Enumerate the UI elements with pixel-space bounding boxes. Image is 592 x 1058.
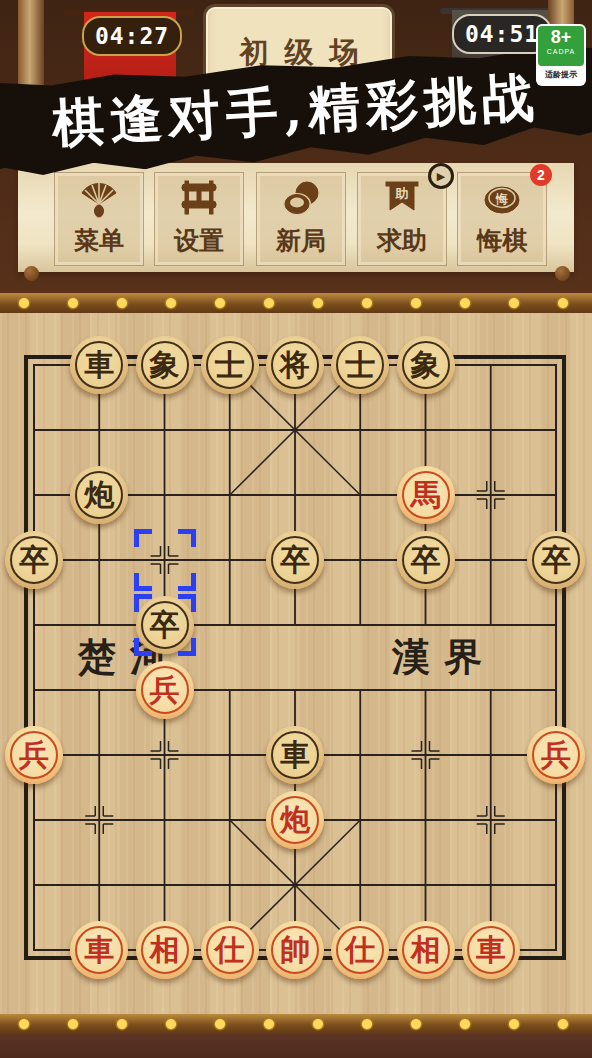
fan-icon: [77, 177, 121, 221]
menu-button[interactable]: 菜单: [54, 172, 144, 266]
age-rating-org: CADPA: [538, 48, 584, 56]
undo-piece-icon: 悔: [480, 177, 524, 221]
piece-black-将[interactable]: 将: [266, 336, 324, 394]
piece-glyph: 兵: [19, 740, 49, 770]
xiangqi-app-screen: 初级场 04:27 04:51 棋逢对手,精彩挑战 8+ CADPA 适龄提示 …: [0, 0, 592, 1058]
top-stud-rail: [0, 293, 592, 313]
piece-red-車[interactable]: 車: [70, 921, 128, 979]
piece-red-相[interactable]: 相: [397, 921, 455, 979]
piece-glyph: 士: [345, 350, 375, 380]
piece-ring: 仕: [336, 926, 384, 974]
new-game-button[interactable]: 新局: [256, 172, 346, 266]
left-timer: 04:27: [82, 16, 182, 56]
piece-glyph: 炮: [280, 805, 310, 835]
piece-ring: 兵: [532, 731, 580, 779]
piece-glyph: 車: [476, 935, 506, 965]
piece-ring: 卒: [10, 536, 58, 584]
piece-glyph: 仕: [345, 935, 375, 965]
age-rating-note: 适龄提示: [538, 69, 584, 80]
piece-red-炮[interactable]: 炮: [266, 791, 324, 849]
piece-ring: 車: [75, 926, 123, 974]
piece-red-馬[interactable]: 馬: [397, 466, 455, 524]
piece-ring: 帥: [271, 926, 319, 974]
piece-glyph: 馬: [411, 480, 441, 510]
menu-button-label: 菜单: [55, 224, 143, 257]
settings-button[interactable]: 设置: [154, 172, 244, 266]
piece-black-卒[interactable]: 卒: [136, 596, 194, 654]
piece-ring: 炮: [271, 796, 319, 844]
piece-black-卒[interactable]: 卒: [527, 531, 585, 589]
piece-red-兵[interactable]: 兵: [527, 726, 585, 784]
piece-black-象[interactable]: 象: [136, 336, 194, 394]
piece-ring: 相: [402, 926, 450, 974]
piece-black-車[interactable]: 車: [266, 726, 324, 784]
piece-ring: 仕: [206, 926, 254, 974]
piece-ring: 相: [141, 926, 189, 974]
piece-glyph: 卒: [150, 610, 180, 640]
settings-icon: [177, 177, 221, 221]
piece-ring: 兵: [10, 731, 58, 779]
xiangqi-board[interactable]: 楚河 漢界 車象士将士象炮馬卒卒卒卒卒兵兵車兵炮車相仕帥仕相車: [0, 313, 592, 1014]
piece-red-相[interactable]: 相: [136, 921, 194, 979]
piece-ring: 象: [141, 341, 189, 389]
piece-ring: 車: [75, 341, 123, 389]
piece-ring: 士: [206, 341, 254, 389]
piece-glyph: 相: [150, 935, 180, 965]
piece-black-卒[interactable]: 卒: [5, 531, 63, 589]
piece-black-象[interactable]: 象: [397, 336, 455, 394]
undo-count-badge: 2: [530, 164, 552, 186]
piece-glyph: 兵: [541, 740, 571, 770]
piece-ring: 炮: [75, 471, 123, 519]
piece-ring: 兵: [141, 666, 189, 714]
piece-red-兵[interactable]: 兵: [5, 726, 63, 784]
right-timer-value: 04:51: [465, 21, 539, 47]
piece-black-士[interactable]: 士: [201, 336, 259, 394]
piece-glyph: 卒: [280, 545, 310, 575]
help-button[interactable]: 助 ▶ 求助: [357, 172, 447, 266]
new-game-button-label: 新局: [257, 224, 345, 257]
scroll-left-knob: [24, 266, 39, 281]
piece-glyph: 帥: [280, 935, 310, 965]
scroll-right-knob: [555, 266, 570, 281]
piece-ring: 車: [467, 926, 515, 974]
piece-ring: 馬: [402, 471, 450, 519]
new-game-icon: [279, 177, 323, 221]
piece-glyph: 兵: [150, 675, 180, 705]
piece-black-士[interactable]: 士: [331, 336, 389, 394]
piece-glyph: 将: [280, 350, 310, 380]
piece-ring: 卒: [532, 536, 580, 584]
age-rating-badge: 8+ CADPA 适龄提示: [536, 24, 586, 86]
piece-glyph: 車: [84, 350, 114, 380]
piece-red-仕[interactable]: 仕: [331, 921, 389, 979]
bottom-stud-rail: [0, 1014, 592, 1034]
age-rating-green-panel: 8+ CADPA: [538, 26, 584, 66]
piece-black-卒[interactable]: 卒: [397, 531, 455, 589]
piece-red-兵[interactable]: 兵: [136, 661, 194, 719]
piece-red-仕[interactable]: 仕: [201, 921, 259, 979]
piece-glyph: 仕: [215, 935, 245, 965]
piece-ring: 卒: [271, 536, 319, 584]
piece-glyph: 卒: [411, 545, 441, 575]
age-rating-value: 8+: [538, 26, 584, 48]
help-button-label: 求助: [358, 224, 446, 257]
piece-glyph: 炮: [84, 480, 114, 510]
undo-icon-char: 悔: [495, 192, 508, 206]
settings-button-label: 设置: [155, 224, 243, 257]
piece-glyph: 相: [411, 935, 441, 965]
piece-glyph: 車: [84, 935, 114, 965]
piece-glyph: 象: [150, 350, 180, 380]
piece-red-帥[interactable]: 帥: [266, 921, 324, 979]
left-timer-value: 04:27: [95, 23, 169, 49]
piece-ring: 卒: [402, 536, 450, 584]
piece-glyph: 卒: [541, 545, 571, 575]
piece-glyph: 卒: [19, 545, 49, 575]
piece-black-炮[interactable]: 炮: [70, 466, 128, 524]
piece-ring: 将: [271, 341, 319, 389]
river-label-right: 漢界: [374, 635, 514, 679]
piece-ring: 象: [402, 341, 450, 389]
piece-black-卒[interactable]: 卒: [266, 531, 324, 589]
piece-ring: 士: [336, 341, 384, 389]
piece-glyph: 士: [215, 350, 245, 380]
banner-text: 棋逢对手,精彩挑战: [50, 62, 541, 159]
piece-ring: 車: [271, 731, 319, 779]
piece-red-車[interactable]: 車: [462, 921, 520, 979]
bottom-frame: [0, 1034, 592, 1058]
piece-ring: 卒: [141, 601, 189, 649]
piece-black-車[interactable]: 車: [70, 336, 128, 394]
piece-glyph: 象: [411, 350, 441, 380]
piece-glyph: 車: [280, 740, 310, 770]
undo-button-label: 悔棋: [458, 224, 546, 257]
play-icon[interactable]: ▶: [428, 163, 454, 189]
help-banner-icon: 助: [380, 177, 424, 221]
help-icon-char: 助: [395, 186, 409, 201]
undo-button[interactable]: 悔 2 悔棋: [457, 172, 547, 266]
